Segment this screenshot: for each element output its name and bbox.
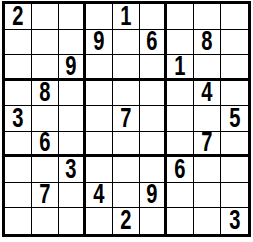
cell-r6c9[interactable] — [221, 132, 248, 158]
given-digit: 6 — [146, 27, 157, 56]
cell-r2c8[interactable]: 8 — [194, 30, 221, 56]
given-digit: 2 — [12, 2, 23, 31]
cell-r9c2[interactable] — [32, 208, 59, 234]
cell-r3c5[interactable] — [113, 55, 140, 81]
cell-r7c7[interactable]: 6 — [167, 157, 194, 183]
cell-r6c1[interactable] — [5, 132, 32, 158]
cell-r1c7[interactable] — [167, 4, 194, 30]
cell-r6c5[interactable] — [113, 132, 140, 158]
given-digit: 1 — [174, 52, 185, 81]
cell-r6c2[interactable]: 6 — [32, 132, 59, 158]
cell-r3c6[interactable] — [140, 55, 167, 81]
cell-r9c3[interactable] — [59, 208, 86, 234]
cell-r3c3[interactable]: 9 — [59, 55, 86, 81]
given-digit: 7 — [39, 180, 50, 209]
cell-r4c3[interactable] — [59, 81, 86, 107]
cell-r9c4[interactable] — [86, 208, 113, 234]
cell-r5c9[interactable]: 5 — [221, 106, 248, 132]
cell-r6c6[interactable] — [140, 132, 167, 158]
cell-r8c7[interactable] — [167, 183, 194, 209]
cell-r2c2[interactable] — [32, 30, 59, 56]
cell-r4c7[interactable] — [167, 81, 194, 107]
cell-r2c9[interactable] — [221, 30, 248, 56]
cell-r9c5[interactable]: 2 — [113, 208, 140, 234]
cell-r5c6[interactable] — [140, 106, 167, 132]
cell-r3c7[interactable]: 1 — [167, 55, 194, 81]
cell-r8c2[interactable]: 7 — [32, 183, 59, 209]
cell-r2c1[interactable] — [5, 30, 32, 56]
cell-r1c5[interactable]: 1 — [113, 4, 140, 30]
cell-r5c1[interactable]: 3 — [5, 106, 32, 132]
cell-r9c9[interactable]: 3 — [221, 208, 248, 234]
cell-r7c8[interactable] — [194, 157, 221, 183]
cell-r9c8[interactable] — [194, 208, 221, 234]
given-digit: 3 — [65, 155, 76, 184]
cell-r2c6[interactable]: 6 — [140, 30, 167, 56]
cell-r5c5[interactable]: 7 — [113, 106, 140, 132]
cell-r7c1[interactable] — [5, 157, 32, 183]
cell-r5c4[interactable] — [86, 106, 113, 132]
given-digit: 4 — [201, 78, 212, 107]
given-digit: 3 — [229, 206, 240, 235]
given-digit: 2 — [120, 206, 131, 235]
cell-r3c1[interactable] — [5, 55, 32, 81]
cell-r7c5[interactable] — [113, 157, 140, 183]
cell-r3c4[interactable] — [86, 55, 113, 81]
cell-r4c4[interactable] — [86, 81, 113, 107]
cell-r7c9[interactable] — [221, 157, 248, 183]
cell-r8c1[interactable] — [5, 183, 32, 209]
cell-r1c2[interactable] — [32, 4, 59, 30]
given-digit: 6 — [174, 155, 185, 184]
given-digit: 9 — [146, 180, 157, 209]
cell-r4c2[interactable]: 8 — [32, 81, 59, 107]
given-digit: 3 — [12, 104, 23, 133]
cell-r2c5[interactable] — [113, 30, 140, 56]
given-digit: 7 — [201, 128, 212, 157]
cell-r8c4[interactable]: 4 — [86, 183, 113, 209]
cell-r8c8[interactable] — [194, 183, 221, 209]
given-digit: 7 — [120, 104, 131, 133]
given-digit: 8 — [201, 27, 212, 56]
cell-r5c7[interactable] — [167, 106, 194, 132]
cell-r9c7[interactable] — [167, 208, 194, 234]
given-digit: 9 — [93, 27, 104, 56]
given-digit: 5 — [229, 104, 240, 133]
given-digit: 1 — [120, 2, 131, 31]
page: 219689184375673674923 — [0, 0, 253, 242]
cell-r4c6[interactable] — [140, 81, 167, 107]
cell-r2c4[interactable]: 9 — [86, 30, 113, 56]
cell-r4c8[interactable]: 4 — [194, 81, 221, 107]
given-digit: 4 — [93, 180, 104, 209]
given-digit: 6 — [39, 128, 50, 157]
cell-r6c4[interactable] — [86, 132, 113, 158]
given-digit: 9 — [65, 52, 76, 81]
sudoku-board: 219689184375673674923 — [2, 1, 251, 237]
cell-r5c3[interactable] — [59, 106, 86, 132]
cell-r1c3[interactable] — [59, 4, 86, 30]
given-digit: 8 — [39, 78, 50, 107]
cell-r3c9[interactable] — [221, 55, 248, 81]
cell-r9c6[interactable] — [140, 208, 167, 234]
cell-r7c3[interactable]: 3 — [59, 157, 86, 183]
cell-r8c3[interactable] — [59, 183, 86, 209]
cell-r6c8[interactable]: 7 — [194, 132, 221, 158]
cell-r1c9[interactable] — [221, 4, 248, 30]
cell-r1c1[interactable]: 2 — [5, 4, 32, 30]
cell-r9c1[interactable] — [5, 208, 32, 234]
cell-r8c6[interactable]: 9 — [140, 183, 167, 209]
